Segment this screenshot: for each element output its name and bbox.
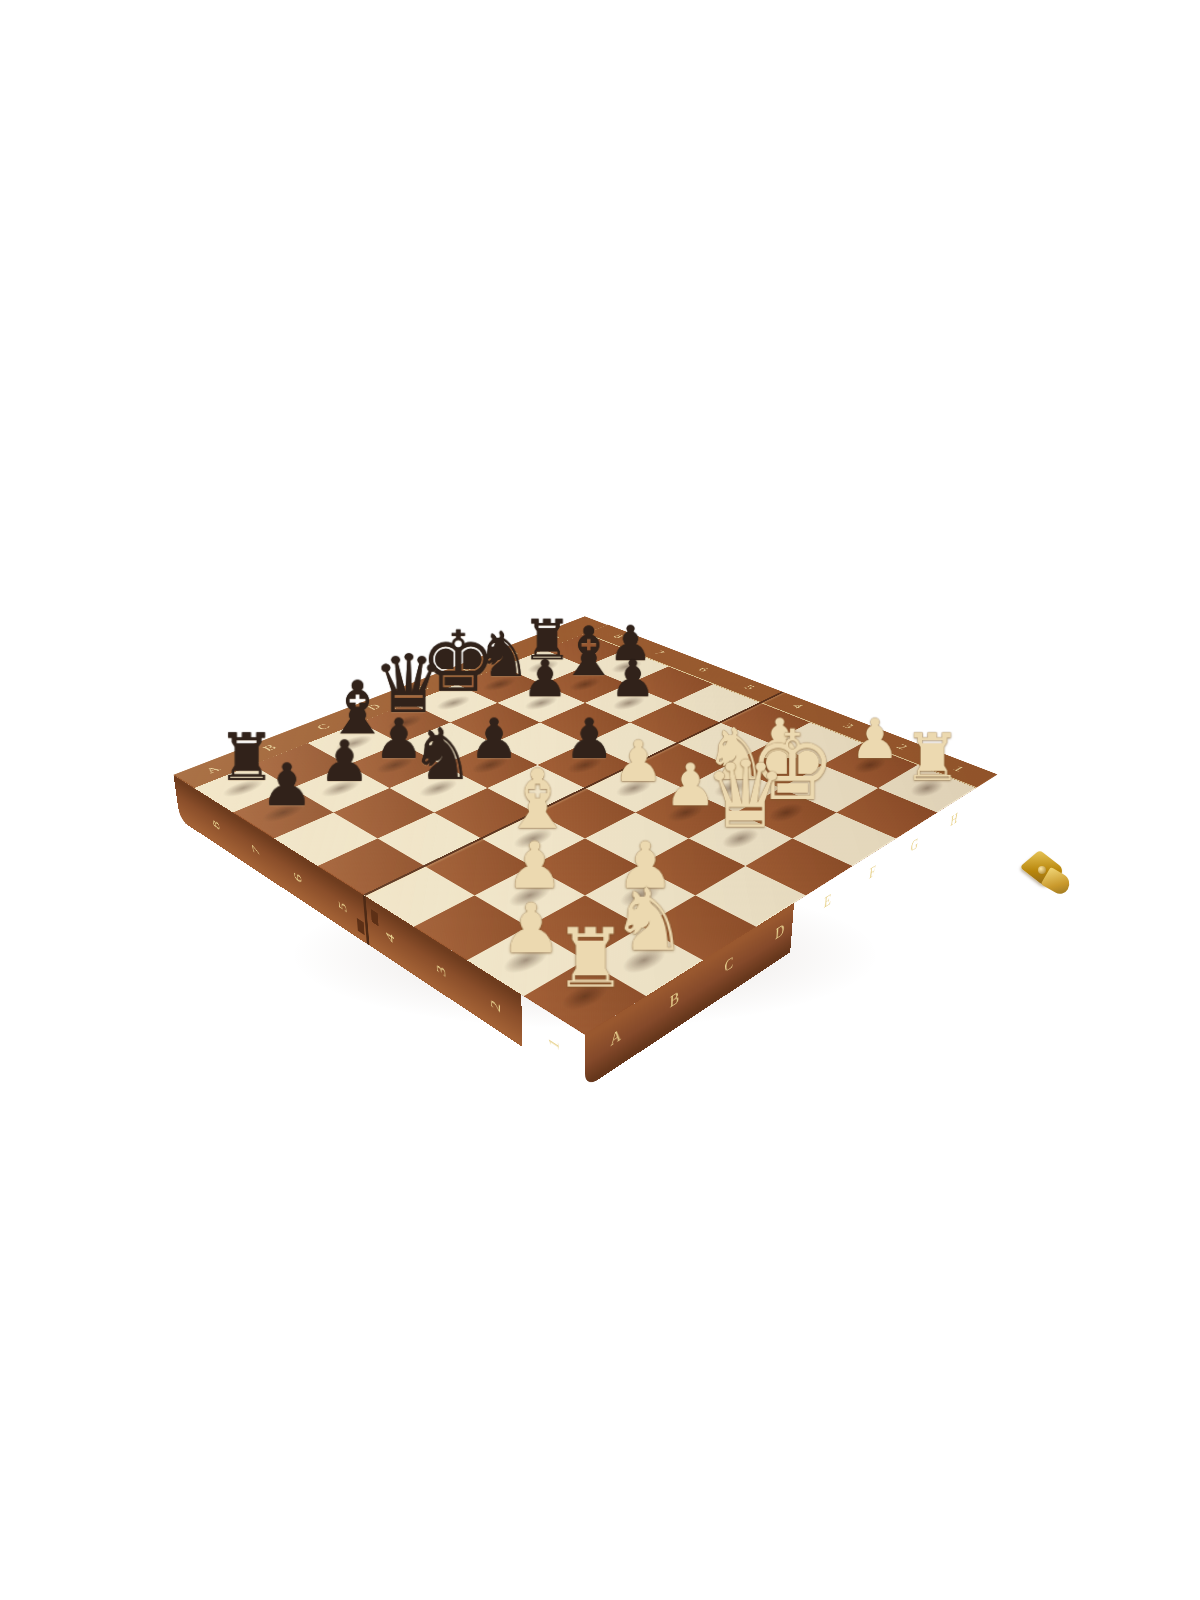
piece-black-pawn-a7[interactable]: ♟ xyxy=(245,756,329,815)
file-label-side-c: C xyxy=(719,947,739,983)
piece-white-rook-h1[interactable]: ♜ xyxy=(891,725,972,790)
file-label-side-h: H xyxy=(946,805,962,835)
piece-black-pawn-f7[interactable]: ♟ xyxy=(508,653,581,704)
finger-joint xyxy=(357,918,365,936)
file-label-side-b: B xyxy=(664,982,685,1019)
file-label-side-e: E xyxy=(818,885,836,918)
rank-label-side-4: 4 xyxy=(381,921,400,955)
scene: ABCDEFGH 87654321 ♜♝♛♚♞♜♟♟♟♟♝♟♞♟♟♟♝♟♟♟♞♟… xyxy=(0,0,1200,1600)
piece-black-pawn-g6[interactable]: ♟ xyxy=(596,653,669,704)
rank-label-side-7: 7 xyxy=(248,835,265,866)
file-label-side-f: F xyxy=(864,856,882,888)
file-label-side-a: A xyxy=(605,1019,627,1057)
file-label-side-g: G xyxy=(906,830,923,861)
rank-label-far-6: 6 xyxy=(688,664,718,676)
chess-board: ABCDEFGH 87654321 ♜♝♛♚♞♜♟♟♟♟♝♟♞♟♟♟♝♟♟♟♞♟… xyxy=(173,617,996,1035)
piece-black-knight-c6[interactable]: ♞ xyxy=(402,719,483,790)
board-grid: ♜♝♛♚♞♜♟♟♟♟♝♟♞♟♟♟♝♟♟♟♞♟♟♟♛♚♟♜♞♜ xyxy=(194,634,976,1035)
file-label-side-d: D xyxy=(770,915,789,949)
rank-label-side-2: 2 xyxy=(486,988,507,1025)
latch-pin xyxy=(1038,866,1046,874)
rank-label-side-6: 6 xyxy=(289,862,307,894)
brass-latch xyxy=(1018,846,1082,910)
rank-label-side-3: 3 xyxy=(432,953,452,988)
finger-joint xyxy=(371,909,379,927)
rank-label-side-1: 1 xyxy=(543,1025,565,1063)
fold-seam-side xyxy=(363,894,370,945)
piece-white-rook-a1[interactable]: ♜ xyxy=(539,918,641,1000)
board-top-surface: ABCDEFGH 87654321 ♜♝♛♚♞♜♟♟♟♟♝♟♞♟♟♟♝♟♟♟♞♟… xyxy=(173,617,996,1035)
product-photo-chess-set: { "game": "chess", "product": "folding w… xyxy=(0,0,1200,1600)
rank-label-side-8: 8 xyxy=(208,810,224,840)
rank-label-far-5: 5 xyxy=(734,681,764,694)
rank-label-side-5: 5 xyxy=(334,890,352,923)
piece-white-queen-e2[interactable]: ♛ xyxy=(702,748,788,841)
